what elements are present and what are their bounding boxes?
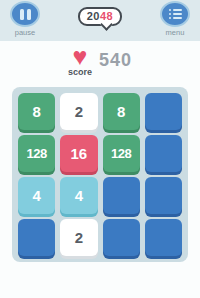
empty-cell [103,177,140,214]
heart-column: ♥ score [68,45,92,77]
pause-button[interactable] [10,1,40,27]
tile-8: 8 [18,93,55,130]
menu-group: menu [157,0,193,37]
tile-4: 4 [18,177,55,214]
empty-cell [145,219,182,256]
goal-bubble: 2048 [78,7,123,26]
score-section: ♥ score 540 [0,45,200,84]
goal-bubble-prefix: 20 [87,10,100,22]
tile-128: 128 [18,135,55,172]
tile-16: 16 [60,135,97,172]
board[interactable]: 82812816128442 [12,87,188,262]
empty-cell [18,219,55,256]
menu-button[interactable] [160,1,190,27]
empty-cell [145,177,182,214]
goal-bubble-suffix: 48 [100,10,113,22]
pause-group: pause [7,0,43,37]
empty-cell [145,93,182,130]
empty-cell [103,219,140,256]
menu-label: menu [166,28,185,37]
top-bar: pause 2048 menu [0,0,200,41]
pause-label: pause [15,28,35,37]
tile-8: 8 [103,93,140,130]
empty-cell [145,135,182,172]
score-value: 540 [99,50,132,71]
menu-icon [169,9,182,19]
tile-128: 128 [103,135,140,172]
pause-icon [20,9,31,20]
tile-2: 2 [60,219,97,256]
score-label: score [68,67,92,77]
heart-icon: ♥ [73,45,88,67]
tile-2: 2 [60,93,97,130]
tile-4: 4 [60,177,97,214]
